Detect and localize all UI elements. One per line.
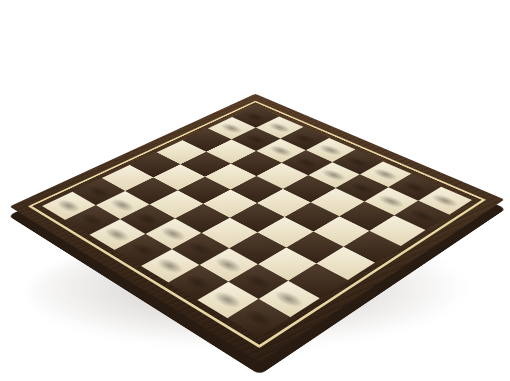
square-h7: ♟ — [394, 200, 449, 229]
square-h1: ♜ — [228, 299, 291, 337]
board-field: ♜♞♝♛♚♝♞♜♟♟♟♟♟♟♟♟♟♟♟♟♟♟♟♟♜♞♝♛♚♝♞♜ — [42, 106, 472, 337]
chessboard-scene: ♜♞♝♛♚♝♞♜♟♟♟♟♟♟♟♟♟♟♟♟♟♟♟♟♜♞♝♛♚♝♞♜ — [0, 0, 510, 381]
fillet-inlay-line: ♜♞♝♛♚♝♞♜♟♟♟♟♟♟♟♟♟♟♟♟♟♟♟♟♜♞♝♛♚♝♞♜ — [28, 100, 486, 347]
chess-board: ♜♞♝♛♚♝♞♜♟♟♟♟♟♟♟♟♟♟♟♟♟♟♟♟♜♞♝♛♚♝♞♜ — [10, 93, 505, 361]
chess-set-photo: ♜♞♝♛♚♝♞♜♟♟♟♟♟♟♟♟♟♟♟♟♟♟♟♟♜♞♝♛♚♝♞♜ — [0, 0, 510, 381]
board-frame: ♜♞♝♛♚♝♞♜♟♟♟♟♟♟♟♟♟♟♟♟♟♟♟♟♜♞♝♛♚♝♞♜ — [10, 93, 505, 361]
